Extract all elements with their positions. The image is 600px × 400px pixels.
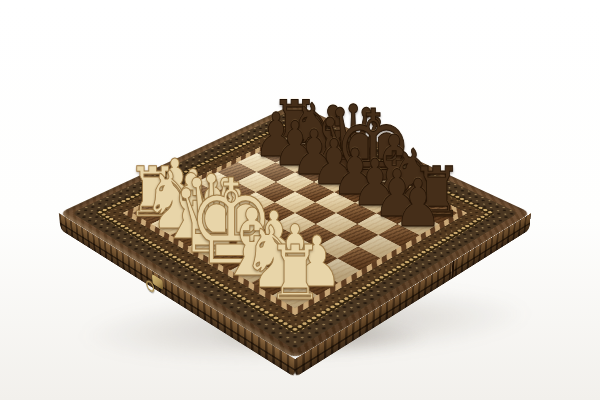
piece-black-pawn[interactable]: ♟ <box>394 171 442 237</box>
piece-white-rook[interactable]: ♜ <box>267 235 323 311</box>
photo-stage: ♜♞♝♛♚♝♞♜♟♟♟♟♟♟♟♟♟♟♟♟♟♟♟♟♜♞♝♛♚♝♞♜ <box>0 0 600 400</box>
